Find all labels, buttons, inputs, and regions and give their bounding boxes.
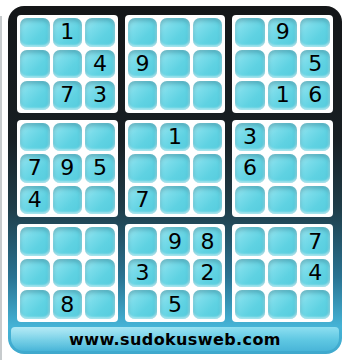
cell-r1c6[interactable] xyxy=(193,18,223,47)
cell-r1c8[interactable]: 9 xyxy=(268,18,298,47)
cell-r5c4[interactable] xyxy=(128,154,158,183)
cell-r7c8[interactable] xyxy=(268,227,298,256)
cell-r5c8[interactable] xyxy=(268,154,298,183)
cell-r2c5[interactable] xyxy=(160,50,190,79)
cell-r9c8[interactable] xyxy=(268,290,298,319)
cell-r2c8[interactable] xyxy=(268,50,298,79)
cell-r5c9[interactable] xyxy=(300,154,330,183)
cell-r5c1[interactable]: 7 xyxy=(20,154,50,183)
cell-r6c5[interactable] xyxy=(160,186,190,215)
cell-r9c6[interactable] xyxy=(193,290,223,319)
cell-r3c5[interactable] xyxy=(160,81,190,110)
cell-r4c1[interactable] xyxy=(20,123,50,152)
cell-r5c2[interactable]: 9 xyxy=(53,154,83,183)
cell-r6c4[interactable]: 7 xyxy=(128,186,158,215)
cell-r7c5[interactable]: 9 xyxy=(160,227,190,256)
cell-r1c2[interactable]: 1 xyxy=(53,18,83,47)
cell-r3c1[interactable] xyxy=(20,81,50,110)
cell-r7c9[interactable]: 7 xyxy=(300,227,330,256)
cell-r6c3[interactable] xyxy=(85,186,115,215)
cell-r3c8[interactable]: 1 xyxy=(268,81,298,110)
cell-r5c7[interactable]: 6 xyxy=(235,154,265,183)
box-6: 36 xyxy=(232,120,333,218)
box-4: 7954 xyxy=(17,120,118,218)
cell-r8c8[interactable] xyxy=(268,259,298,288)
cell-r1c3[interactable] xyxy=(85,18,115,47)
cell-r4c5[interactable]: 1 xyxy=(160,123,190,152)
sudoku-board-frame: 1473 9 9516 7954 17 36 8 98325 74 www.su… xyxy=(8,6,342,354)
cell-r1c9[interactable] xyxy=(300,18,330,47)
cell-r5c3[interactable]: 5 xyxy=(85,154,115,183)
cell-r4c2[interactable] xyxy=(53,123,83,152)
cell-r8c5[interactable] xyxy=(160,259,190,288)
cell-r9c3[interactable] xyxy=(85,290,115,319)
cell-r2c4[interactable]: 9 xyxy=(128,50,158,79)
cell-r2c7[interactable] xyxy=(235,50,265,79)
cell-r9c5[interactable]: 5 xyxy=(160,290,190,319)
sudoku-grid: 1473 9 9516 7954 17 36 8 98325 74 xyxy=(8,6,342,327)
cell-r4c6[interactable] xyxy=(193,123,223,152)
cell-r3c6[interactable] xyxy=(193,81,223,110)
cell-r8c2[interactable] xyxy=(53,259,83,288)
box-3: 9516 xyxy=(232,15,333,113)
cell-r3c3[interactable]: 3 xyxy=(85,81,115,110)
box-2: 9 xyxy=(125,15,226,113)
cell-r4c8[interactable] xyxy=(268,123,298,152)
box-9: 74 xyxy=(232,224,333,322)
page-edge-shadow xyxy=(0,16,2,360)
site-url[interactable]: www.sudokusweb.com xyxy=(69,330,281,349)
cell-r5c5[interactable] xyxy=(160,154,190,183)
cell-r9c7[interactable] xyxy=(235,290,265,319)
cell-r1c5[interactable] xyxy=(160,18,190,47)
cell-r2c1[interactable] xyxy=(20,50,50,79)
cell-r8c1[interactable] xyxy=(20,259,50,288)
cell-r4c3[interactable] xyxy=(85,123,115,152)
cell-r7c6[interactable]: 8 xyxy=(193,227,223,256)
cell-r6c9[interactable] xyxy=(300,186,330,215)
cell-r3c9[interactable]: 6 xyxy=(300,81,330,110)
cell-r9c4[interactable] xyxy=(128,290,158,319)
cell-r6c1[interactable]: 4 xyxy=(20,186,50,215)
cell-r8c7[interactable] xyxy=(235,259,265,288)
cell-r6c8[interactable] xyxy=(268,186,298,215)
cell-r4c7[interactable]: 3 xyxy=(235,123,265,152)
cell-r2c3[interactable]: 4 xyxy=(85,50,115,79)
cell-r6c7[interactable] xyxy=(235,186,265,215)
cell-r7c4[interactable] xyxy=(128,227,158,256)
cell-r3c7[interactable] xyxy=(235,81,265,110)
cell-r1c7[interactable] xyxy=(235,18,265,47)
box-1: 1473 xyxy=(17,15,118,113)
cell-r2c2[interactable] xyxy=(53,50,83,79)
cell-r2c9[interactable]: 5 xyxy=(300,50,330,79)
cell-r6c6[interactable] xyxy=(193,186,223,215)
cell-r5c6[interactable] xyxy=(193,154,223,183)
cell-r7c7[interactable] xyxy=(235,227,265,256)
cell-r7c3[interactable] xyxy=(85,227,115,256)
cell-r9c2[interactable]: 8 xyxy=(53,290,83,319)
box-5: 17 xyxy=(125,120,226,218)
cell-r8c6[interactable]: 2 xyxy=(193,259,223,288)
cell-r2c6[interactable] xyxy=(193,50,223,79)
cell-r4c9[interactable] xyxy=(300,123,330,152)
cell-r3c4[interactable] xyxy=(128,81,158,110)
cell-r1c1[interactable] xyxy=(20,18,50,47)
cell-r8c9[interactable]: 4 xyxy=(300,259,330,288)
cell-r7c1[interactable] xyxy=(20,227,50,256)
footer-band: www.sudokusweb.com xyxy=(11,327,339,351)
cell-r1c4[interactable] xyxy=(128,18,158,47)
cell-r3c2[interactable]: 7 xyxy=(53,81,83,110)
cell-r8c3[interactable] xyxy=(85,259,115,288)
cell-r6c2[interactable] xyxy=(53,186,83,215)
cell-r9c1[interactable] xyxy=(20,290,50,319)
cell-r4c4[interactable] xyxy=(128,123,158,152)
box-7: 8 xyxy=(17,224,118,322)
cell-r8c4[interactable]: 3 xyxy=(128,259,158,288)
cell-r7c2[interactable] xyxy=(53,227,83,256)
page: 1473 9 9516 7954 17 36 8 98325 74 www.su… xyxy=(0,0,350,360)
cell-r9c9[interactable] xyxy=(300,290,330,319)
box-8: 98325 xyxy=(125,224,226,322)
